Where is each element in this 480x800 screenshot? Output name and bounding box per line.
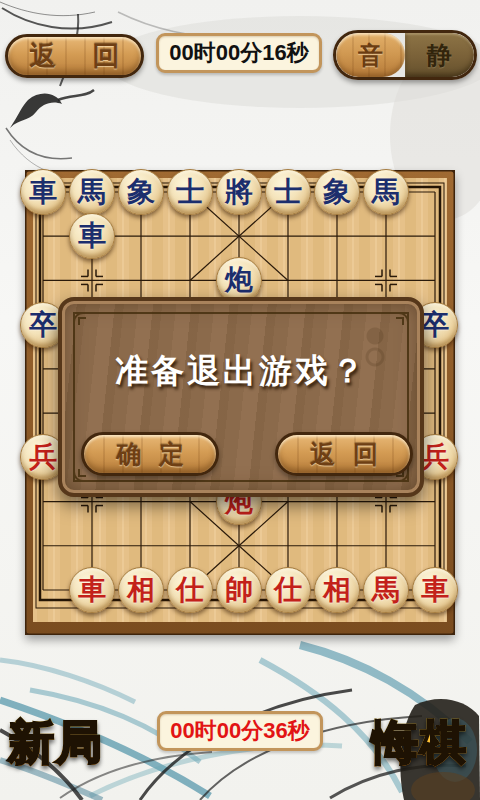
sound-on-option[interactable]: 音: [336, 33, 405, 77]
game-timer-top: 00时00分16秒: [156, 33, 322, 73]
piece-仕-red[interactable]: 仕: [265, 567, 311, 613]
game-timer-bottom-text: 00时00分36秒: [170, 716, 309, 746]
game-timer-top-text: 00时00分16秒: [169, 38, 308, 68]
piece-仕-red[interactable]: 仕: [167, 567, 213, 613]
piece-象-black[interactable]: 象: [314, 169, 360, 215]
sound-on-label: 音: [358, 39, 383, 72]
piece-象-black[interactable]: 象: [118, 169, 164, 215]
confirm-button[interactable]: 确定: [81, 432, 219, 476]
piece-相-red[interactable]: 相: [314, 567, 360, 613]
confirm-button-label: 确定: [116, 438, 202, 471]
cancel-button[interactable]: 返回: [275, 432, 413, 476]
piece-馬-red[interactable]: 馬: [363, 567, 409, 613]
piece-將-black[interactable]: 將: [216, 169, 262, 215]
frame-corner-ornament: [73, 312, 89, 328]
cancel-button-label: 返回: [310, 438, 396, 471]
new-game-button[interactable]: 新局: [8, 712, 104, 774]
piece-士-black[interactable]: 士: [167, 169, 213, 215]
piece-車-red[interactable]: 車: [412, 567, 458, 613]
game-timer-bottom: 00时00分36秒: [157, 711, 323, 751]
sound-mute-toggle[interactable]: 音 静: [333, 30, 477, 80]
piece-馬-black[interactable]: 馬: [363, 169, 409, 215]
mute-label: 静: [427, 39, 452, 72]
piece-士-black[interactable]: 士: [265, 169, 311, 215]
piece-相-red[interactable]: 相: [118, 567, 164, 613]
piece-車-black[interactable]: 車: [69, 213, 115, 259]
mute-option[interactable]: 静: [405, 33, 474, 77]
undo-move-button[interactable]: 悔棋: [372, 712, 468, 774]
back-button-label: 返回: [30, 38, 156, 74]
piece-馬-black[interactable]: 馬: [69, 169, 115, 215]
exit-confirmation-dialog: 准备退出游戏？ 确定 返回: [58, 297, 424, 497]
piece-帥-red[interactable]: 帥: [216, 567, 262, 613]
dialog-title: 准备退出游戏？: [62, 349, 420, 394]
piece-車-red[interactable]: 車: [69, 567, 115, 613]
piece-車-black[interactable]: 車: [20, 169, 66, 215]
back-button[interactable]: 返回: [5, 34, 144, 78]
